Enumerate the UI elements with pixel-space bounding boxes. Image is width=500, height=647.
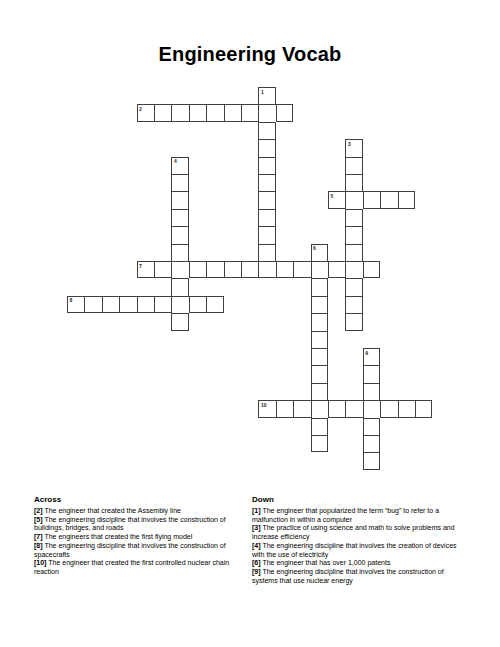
cell-number-1: 1 — [261, 89, 264, 95]
grid-cell-r12c7[interactable] — [189, 296, 206, 313]
grid-cell-r5c6[interactable] — [171, 174, 188, 191]
grid-cell-r6c17[interactable] — [363, 191, 380, 208]
grid-cell-r18c11[interactable]: 10 — [258, 400, 275, 417]
grid-cell-r2c11[interactable] — [258, 122, 275, 139]
grid-cell-r15c14[interactable] — [311, 348, 328, 365]
clue-across-5: [5] The engineering discipline that invo… — [34, 516, 252, 533]
grid-cell-r5c16[interactable] — [345, 174, 362, 191]
grid-cell-r21c17[interactable] — [363, 452, 380, 469]
grid-cell-r18c12[interactable] — [276, 400, 293, 417]
crossword-grid: 12345678910 — [67, 87, 433, 470]
clue-number: [6] — [252, 559, 261, 566]
cell-number-7: 7 — [139, 263, 142, 269]
clue-number: [5] — [34, 516, 43, 523]
grid-cell-r12c2[interactable] — [102, 296, 119, 313]
clue-text: The engineer that created the Assembly l… — [43, 507, 181, 514]
grid-cell-r18c16[interactable] — [345, 400, 362, 417]
grid-cell-r6c6[interactable] — [171, 191, 188, 208]
grid-cell-r1c11[interactable] — [258, 104, 275, 121]
grid-cell-r6c16[interactable] — [345, 191, 362, 208]
grid-cell-r1c8[interactable] — [206, 104, 223, 121]
grid-cell-r10c4[interactable]: 7 — [137, 261, 154, 278]
clue-number: [3] — [252, 524, 261, 531]
grid-cell-r12c4[interactable] — [137, 296, 154, 313]
grid-cell-r10c16[interactable] — [345, 261, 362, 278]
clue-text: The engineering discipline that involves… — [34, 542, 226, 558]
grid-cell-r12c6[interactable] — [171, 296, 188, 313]
grid-cell-r16c17[interactable] — [363, 365, 380, 382]
grid-cell-r3c11[interactable] — [258, 139, 275, 156]
clues-section: Across [2] The engineer that created the… — [34, 495, 470, 585]
clue-text: The engineer that popularized the term “… — [252, 507, 439, 523]
cell-number-8: 8 — [70, 297, 73, 303]
down-heading: Down — [252, 495, 470, 505]
grid-cell-r11c6[interactable] — [171, 278, 188, 295]
grid-cell-r18c19[interactable] — [398, 400, 415, 417]
grid-cell-r4c16[interactable] — [345, 157, 362, 174]
clue-text: The engineering discipline that involves… — [252, 542, 457, 558]
grid-cell-r6c18[interactable] — [380, 191, 397, 208]
clue-down-4: [4] The engineering discipline that invo… — [252, 542, 470, 559]
grid-cell-r4c11[interactable] — [258, 157, 275, 174]
grid-cell-r18c17[interactable] — [363, 400, 380, 417]
grid-cell-r5c11[interactable] — [258, 174, 275, 191]
clue-text: The engineering discipline that involves… — [34, 516, 226, 532]
grid-cell-r14c14[interactable] — [311, 331, 328, 348]
cell-number-4: 4 — [174, 158, 177, 164]
clue-number: [9] — [252, 568, 261, 575]
grid-cell-r16c14[interactable] — [311, 365, 328, 382]
cell-number-5: 5 — [331, 193, 334, 199]
grid-cell-r1c7[interactable] — [189, 104, 206, 121]
down-clue-list: Down [1] The engineer that popularized t… — [252, 495, 470, 585]
grid-cell-r10c12[interactable] — [276, 261, 293, 278]
grid-cell-r1c6[interactable] — [171, 104, 188, 121]
grid-cell-r20c14[interactable] — [311, 435, 328, 452]
clue-down-3: [3] The practice of using science and ma… — [252, 524, 470, 541]
grid-cell-r10c13[interactable] — [293, 261, 310, 278]
grid-cell-r12c1[interactable] — [84, 296, 101, 313]
grid-cell-r8c11[interactable] — [258, 226, 275, 243]
grid-cell-r9c16[interactable] — [345, 244, 362, 261]
grid-cell-r10c10[interactable] — [241, 261, 258, 278]
grid-cell-r6c15[interactable]: 5 — [328, 191, 345, 208]
grid-cell-r1c10[interactable] — [241, 104, 258, 121]
clue-number: [1] — [252, 507, 261, 514]
cell-number-9: 9 — [365, 350, 368, 356]
grid-cell-r17c14[interactable] — [311, 383, 328, 400]
clue-across-10: [10] The engineer that created the first… — [34, 559, 252, 576]
clue-down-9: [9] The engineering discipline that invo… — [252, 568, 470, 585]
cell-number-6: 6 — [313, 245, 316, 251]
grid-cell-r11c16[interactable] — [345, 278, 362, 295]
grid-cell-r6c19[interactable] — [398, 191, 415, 208]
cell-number-3: 3 — [348, 141, 351, 147]
clue-number: [10] — [34, 559, 46, 566]
grid-cell-r10c9[interactable] — [224, 261, 241, 278]
grid-cell-r10c14[interactable] — [311, 261, 328, 278]
grid-cell-r12c8[interactable] — [206, 296, 223, 313]
grid-cell-r12c3[interactable] — [119, 296, 136, 313]
crossword-page: Engineering Vocab 12345678910 Across [2]… — [0, 0, 500, 647]
grid-cell-r17c17[interactable] — [363, 383, 380, 400]
clue-text: The engineering discipline that involves… — [252, 568, 444, 584]
grid-cell-r10c17[interactable] — [363, 261, 380, 278]
down-items: [1] The engineer that popularized the te… — [252, 507, 470, 585]
clue-across-2: [2] The engineer that created the Assemb… — [34, 507, 252, 516]
grid-cell-r18c15[interactable] — [328, 400, 345, 417]
grid-cell-r3c16[interactable]: 3 — [345, 139, 362, 156]
cell-number-2: 2 — [139, 106, 142, 112]
clue-across-7: [7] The engineers that created the first… — [34, 533, 252, 542]
grid-cell-r7c16[interactable] — [345, 209, 362, 226]
puzzle-title: Engineering Vocab — [0, 43, 500, 66]
grid-cell-r8c6[interactable] — [171, 226, 188, 243]
grid-cell-r7c11[interactable] — [258, 209, 275, 226]
clue-text: The engineers that created the first fly… — [43, 533, 193, 540]
grid-cell-r12c16[interactable] — [345, 296, 362, 313]
clue-down-6: [6] The engineer that has over 1,000 pat… — [252, 559, 470, 568]
grid-cell-r18c18[interactable] — [380, 400, 397, 417]
grid-cell-r10c7[interactable] — [189, 261, 206, 278]
clue-down-1: [1] The engineer that popularized the te… — [252, 507, 470, 524]
clue-across-8: [8] The engineering discipline that invo… — [34, 542, 252, 559]
grid-cell-r0c11[interactable]: 1 — [258, 87, 275, 104]
grid-cell-r13c14[interactable] — [311, 313, 328, 330]
across-clue-list: Across [2] The engineer that created the… — [34, 495, 252, 585]
grid-cell-r10c8[interactable] — [206, 261, 223, 278]
grid-cell-r1c5[interactable] — [154, 104, 171, 121]
grid-cell-r11c14[interactable] — [311, 278, 328, 295]
grid-cell-r8c16[interactable] — [345, 226, 362, 243]
grid-cell-r4c6[interactable]: 4 — [171, 157, 188, 174]
grid-cell-r13c6[interactable] — [171, 313, 188, 330]
grid-cell-r9c6[interactable] — [171, 244, 188, 261]
grid-cell-r10c6[interactable] — [171, 261, 188, 278]
grid-cell-r1c12[interactable] — [276, 104, 293, 121]
grid-cell-r9c11[interactable] — [258, 244, 275, 261]
grid-cell-r9c14[interactable]: 6 — [311, 244, 328, 261]
cell-number-10: 10 — [261, 402, 267, 408]
grid-cell-r10c5[interactable] — [154, 261, 171, 278]
clue-number: [7] — [34, 533, 43, 540]
grid-cell-r7c6[interactable] — [171, 209, 188, 226]
grid-cell-r10c11[interactable] — [258, 261, 275, 278]
grid-cell-r1c4[interactable]: 2 — [137, 104, 154, 121]
across-items: [2] The engineer that created the Assemb… — [34, 507, 252, 577]
grid-cell-r10c15[interactable] — [328, 261, 345, 278]
clue-text: The engineer that has over 1,000 patents — [261, 559, 391, 566]
grid-cell-r6c11[interactable] — [258, 191, 275, 208]
grid-cell-r12c5[interactable] — [154, 296, 171, 313]
grid-cell-r1c9[interactable] — [224, 104, 241, 121]
clue-number: [2] — [34, 507, 43, 514]
grid-cell-r13c16[interactable] — [345, 313, 362, 330]
across-heading: Across — [34, 495, 252, 505]
grid-cell-r12c0[interactable]: 8 — [67, 296, 84, 313]
grid-cell-r19c17[interactable] — [363, 418, 380, 435]
grid-cell-r18c13[interactable] — [293, 400, 310, 417]
clue-text: The practice of using science and math t… — [252, 524, 455, 540]
clue-text: The engineer that created the first cont… — [34, 559, 229, 575]
grid-cell-r20c17[interactable] — [363, 435, 380, 452]
clue-number: [8] — [34, 542, 43, 549]
clue-number: [4] — [252, 542, 261, 549]
grid-cell-r12c14[interactable] — [311, 296, 328, 313]
grid-cell-r15c17[interactable]: 9 — [363, 348, 380, 365]
grid-cell-r18c14[interactable] — [311, 400, 328, 417]
grid-cell-r18c20[interactable] — [415, 400, 432, 417]
grid-cell-r19c14[interactable] — [311, 418, 328, 435]
